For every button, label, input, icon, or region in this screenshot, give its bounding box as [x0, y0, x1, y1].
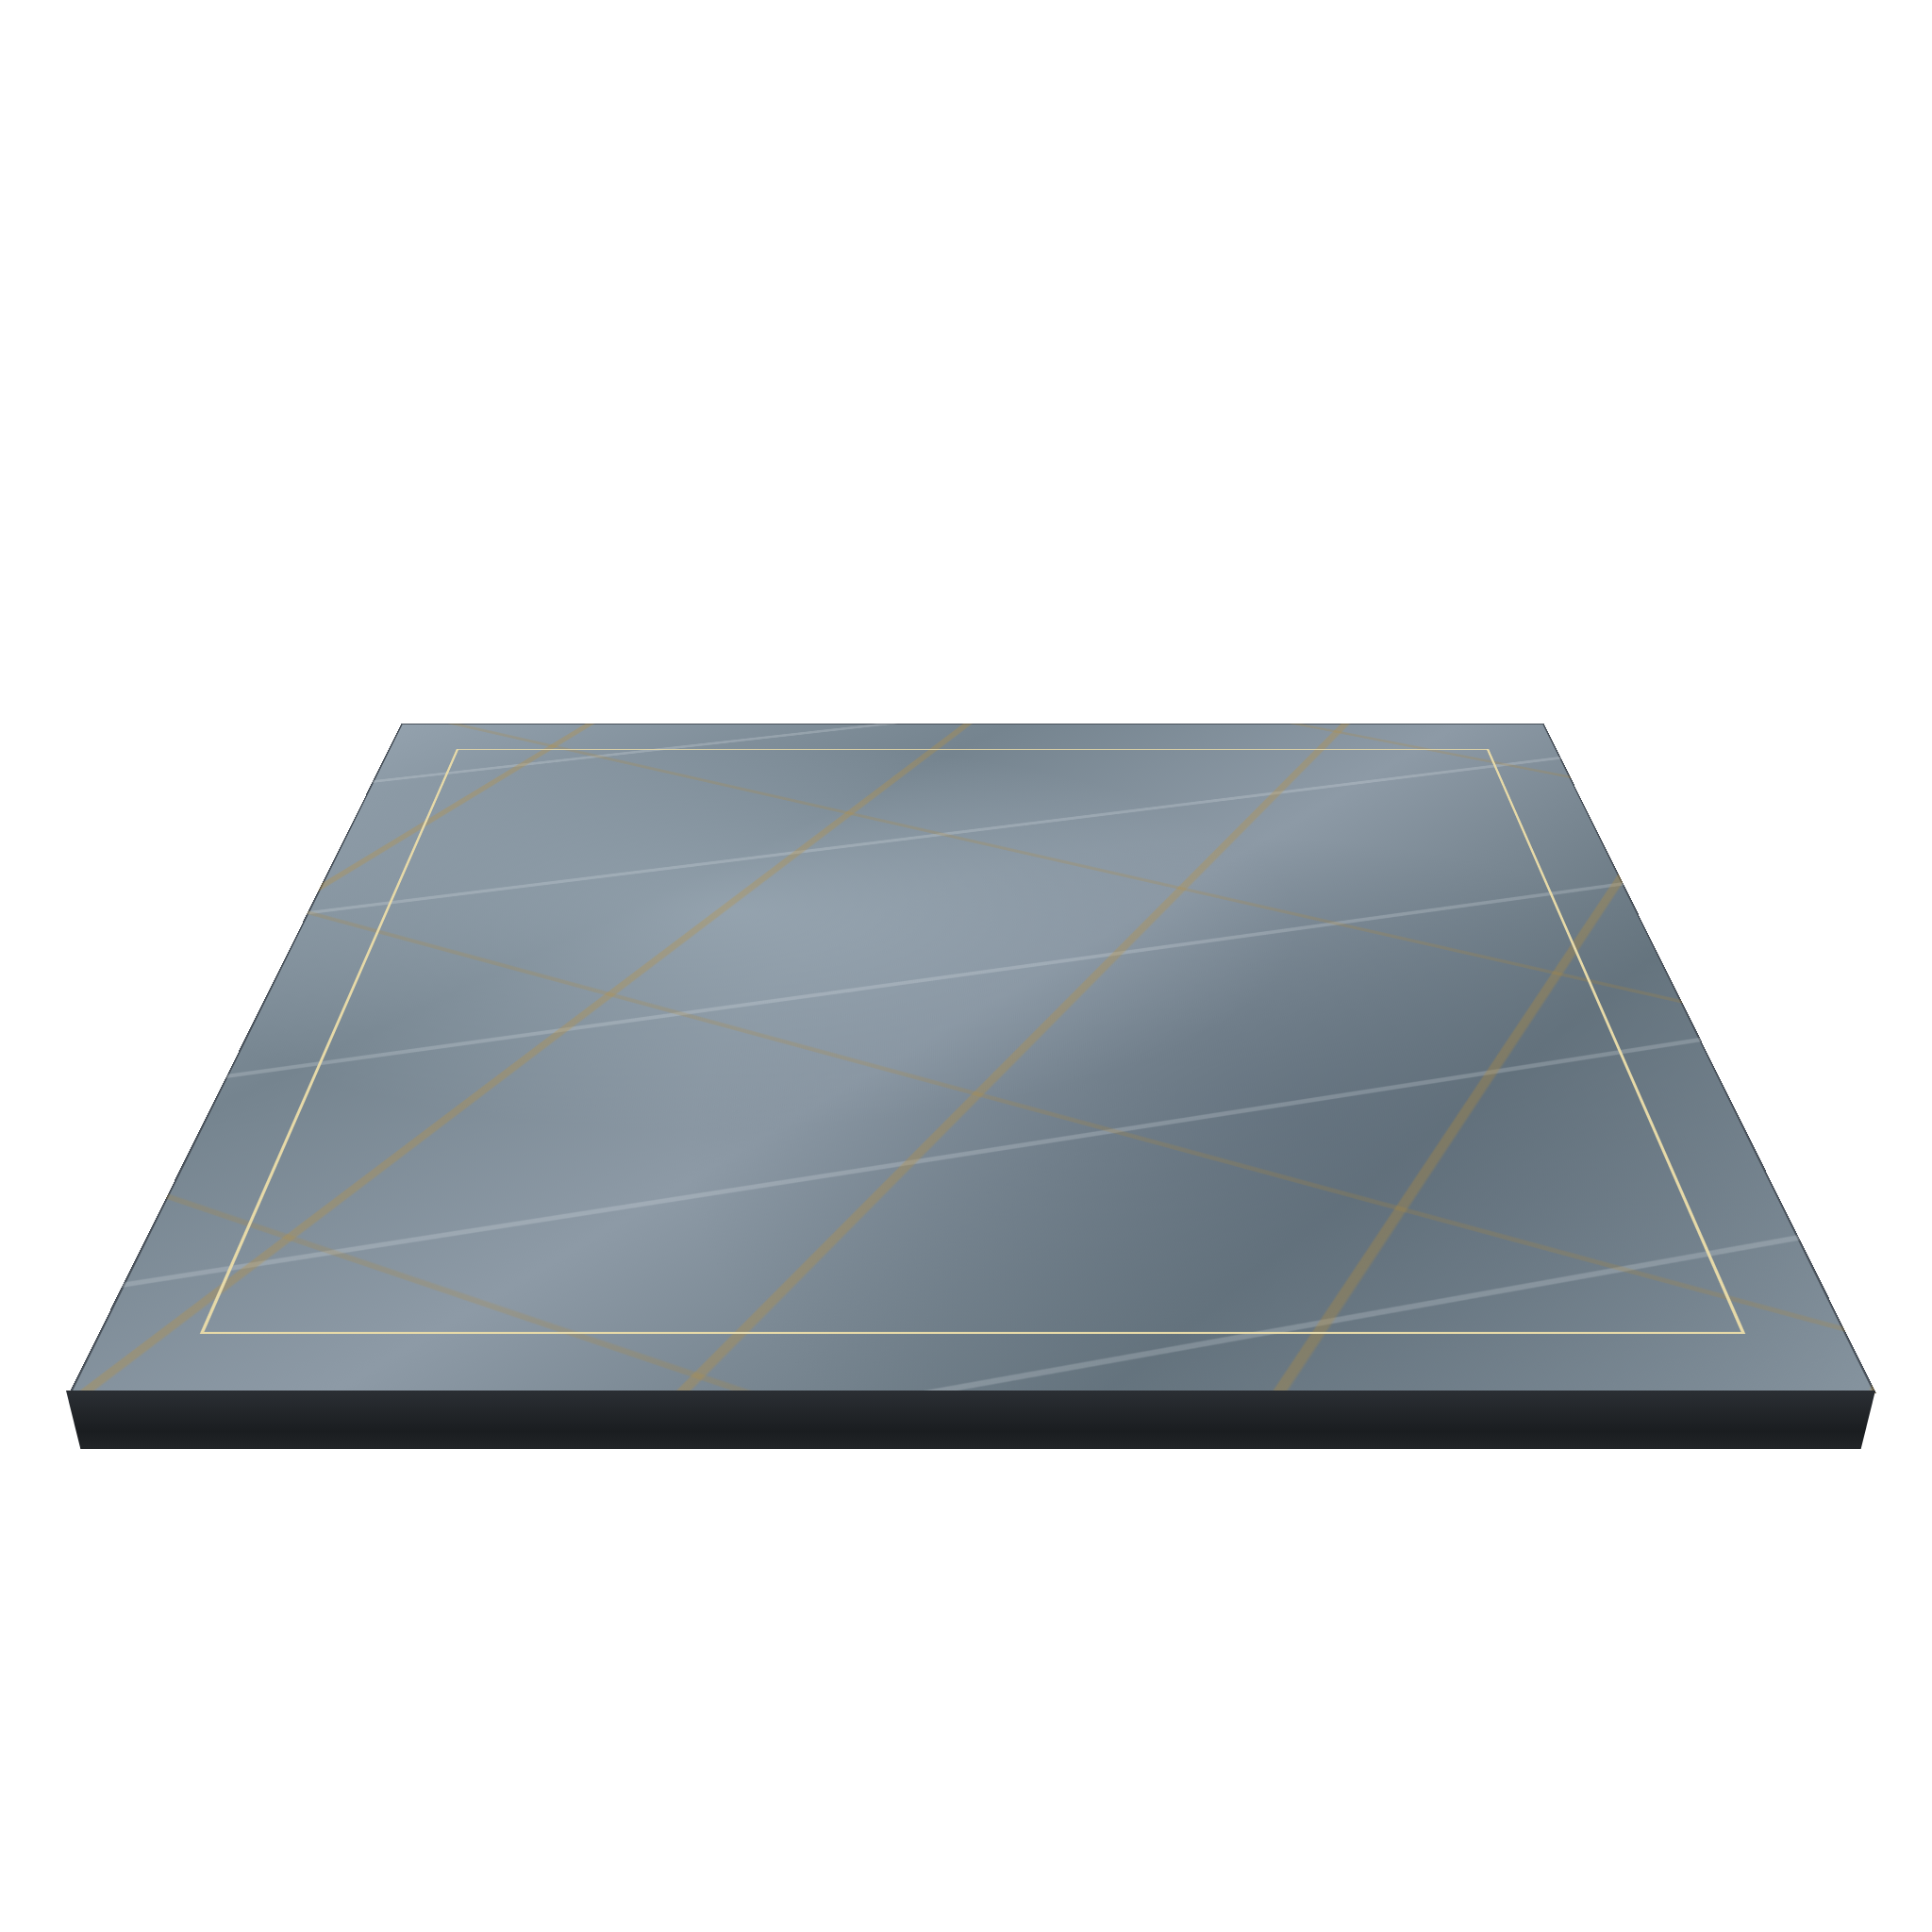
pieces-layer	[0, 0, 1932, 1932]
